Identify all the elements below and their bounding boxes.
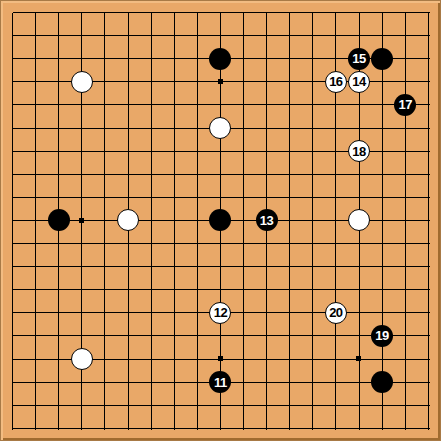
stone-black-r17: [371, 48, 393, 70]
stone-black-q17: 15: [348, 48, 370, 70]
stone-black-r3: [371, 371, 393, 393]
stone-black-k3: 11: [209, 371, 231, 393]
star-point: [218, 356, 223, 361]
stone-white-p16: 16: [325, 71, 347, 93]
stone-white-k14: [209, 117, 231, 139]
stone-white-d16: [71, 71, 93, 93]
stones-layer: 11121314151617181920: [1, 1, 440, 440]
stone-black-r5: 19: [371, 325, 393, 347]
stone-white-q10: [348, 209, 370, 231]
stone-white-q13: 18: [348, 140, 370, 162]
stone-white-f10: [117, 209, 139, 231]
move-number: 20: [329, 306, 342, 319]
stone-white-d4: [71, 348, 93, 370]
star-point: [218, 79, 223, 84]
stone-black-c10: [48, 209, 70, 231]
go-board: 11121314151617181920: [0, 0, 441, 441]
stone-white-q16: 14: [348, 71, 370, 93]
stone-black-m10: 13: [256, 209, 278, 231]
move-number: 19: [375, 329, 388, 342]
move-number: 16: [329, 75, 342, 88]
stone-white-k6: 12: [209, 302, 231, 324]
move-number: 13: [260, 213, 273, 226]
move-number: 11: [214, 375, 227, 388]
star-point: [356, 356, 361, 361]
stone-black-k17: [209, 48, 231, 70]
move-number: 12: [214, 306, 227, 319]
move-number: 17: [398, 98, 411, 111]
stone-white-p6: 20: [325, 302, 347, 324]
stone-black-s15: 17: [394, 94, 416, 116]
move-number: 18: [352, 144, 365, 157]
star-point: [79, 218, 84, 223]
stone-black-k10: [209, 209, 231, 231]
move-number: 14: [352, 75, 365, 88]
move-number: 15: [352, 52, 365, 65]
